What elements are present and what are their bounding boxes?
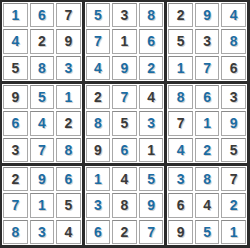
sudoku-cell-r8c7[interactable]: 6 xyxy=(168,193,193,217)
sudoku-cell-r2c3[interactable]: 9 xyxy=(56,29,81,53)
sudoku-cell-r8c4[interactable]: 3 xyxy=(86,193,111,217)
sudoku-cell-r9c3[interactable]: 4 xyxy=(56,220,81,244)
sudoku-cell-r6c2[interactable]: 7 xyxy=(30,138,55,162)
sudoku-cell-r2c4[interactable]: 7 xyxy=(86,29,111,53)
box-6: 863719425 xyxy=(167,84,247,163)
sudoku-cell-r7c7[interactable]: 3 xyxy=(168,167,193,191)
sudoku-cell-r3c5[interactable]: 9 xyxy=(112,56,137,80)
sudoku-cell-r7c9[interactable]: 7 xyxy=(221,167,246,191)
sudoku-cell-r6c7[interactable]: 4 xyxy=(168,138,193,162)
sudoku-cell-r2c8[interactable]: 3 xyxy=(195,29,220,53)
sudoku-cell-r3c2[interactable]: 8 xyxy=(30,56,55,80)
sudoku-cell-r5c8[interactable]: 1 xyxy=(195,111,220,135)
sudoku-cell-r6c5[interactable]: 6 xyxy=(112,138,137,162)
sudoku-cell-r4c2[interactable]: 5 xyxy=(30,85,55,109)
sudoku-cell-r1c1[interactable]: 1 xyxy=(3,3,28,27)
sudoku-cell-r6c4[interactable]: 9 xyxy=(86,138,111,162)
sudoku-cell-r1c6[interactable]: 8 xyxy=(139,3,164,27)
sudoku-cell-r7c3[interactable]: 6 xyxy=(56,167,81,191)
sudoku-cell-r6c9[interactable]: 5 xyxy=(221,138,246,162)
sudoku-cell-r3c4[interactable]: 4 xyxy=(86,56,111,80)
sudoku-cell-r9c7[interactable]: 9 xyxy=(168,220,193,244)
sudoku-cell-r1c3[interactable]: 7 xyxy=(56,3,81,27)
sudoku-cell-r4c4[interactable]: 2 xyxy=(86,85,111,109)
sudoku-cell-r9c2[interactable]: 3 xyxy=(30,220,55,244)
box-2: 538716492 xyxy=(85,2,165,81)
sudoku-cell-r6c6[interactable]: 1 xyxy=(139,138,164,162)
sudoku-cell-r5c4[interactable]: 8 xyxy=(86,111,111,135)
sudoku-cell-r4c3[interactable]: 1 xyxy=(56,85,81,109)
sudoku-cell-r7c2[interactable]: 9 xyxy=(30,167,55,191)
sudoku-cell-r3c9[interactable]: 6 xyxy=(221,56,246,80)
sudoku-cell-r9c1[interactable]: 8 xyxy=(3,220,28,244)
sudoku-cell-r7c1[interactable]: 2 xyxy=(3,167,28,191)
sudoku-cell-r7c6[interactable]: 5 xyxy=(139,167,164,191)
sudoku-cell-r5c6[interactable]: 3 xyxy=(139,111,164,135)
box-7: 296715834 xyxy=(2,166,82,245)
sudoku-cell-r1c9[interactable]: 4 xyxy=(221,3,246,27)
sudoku-cell-r5c3[interactable]: 2 xyxy=(56,111,81,135)
sudoku-cell-r4c8[interactable]: 6 xyxy=(195,85,220,109)
sudoku-cell-r2c5[interactable]: 1 xyxy=(112,29,137,53)
sudoku-cell-r4c6[interactable]: 4 xyxy=(139,85,164,109)
sudoku-cell-r5c7[interactable]: 7 xyxy=(168,111,193,135)
sudoku-cell-r9c8[interactable]: 5 xyxy=(195,220,220,244)
sudoku-cell-r1c7[interactable]: 2 xyxy=(168,3,193,27)
sudoku-cell-r3c7[interactable]: 1 xyxy=(168,56,193,80)
box-8: 145389627 xyxy=(85,166,165,245)
sudoku-cell-r4c5[interactable]: 7 xyxy=(112,85,137,109)
sudoku-cell-r6c8[interactable]: 2 xyxy=(195,138,220,162)
sudoku-cell-r1c5[interactable]: 3 xyxy=(112,3,137,27)
sudoku-cell-r8c8[interactable]: 4 xyxy=(195,193,220,217)
sudoku-cell-r8c6[interactable]: 9 xyxy=(139,193,164,217)
sudoku-cell-r5c5[interactable]: 5 xyxy=(112,111,137,135)
sudoku-cell-r3c6[interactable]: 2 xyxy=(139,56,164,80)
sudoku-cell-r9c5[interactable]: 2 xyxy=(112,220,137,244)
sudoku-cell-r7c4[interactable]: 1 xyxy=(86,167,111,191)
sudoku-cell-r3c3[interactable]: 3 xyxy=(56,56,81,80)
sudoku-cell-r2c6[interactable]: 6 xyxy=(139,29,164,53)
sudoku-cell-r7c5[interactable]: 4 xyxy=(112,167,137,191)
sudoku-cell-r7c8[interactable]: 8 xyxy=(195,167,220,191)
sudoku-cell-r8c1[interactable]: 7 xyxy=(3,193,28,217)
sudoku-cell-r3c1[interactable]: 5 xyxy=(3,56,28,80)
sudoku-cell-r8c2[interactable]: 1 xyxy=(30,193,55,217)
sudoku-cell-r6c1[interactable]: 3 xyxy=(3,138,28,162)
sudoku-board: 167429583 538716492 294538176 951642378 … xyxy=(0,0,250,248)
sudoku-cell-r4c1[interactable]: 9 xyxy=(3,85,28,109)
sudoku-cell-r9c4[interactable]: 6 xyxy=(86,220,111,244)
sudoku-cell-r9c6[interactable]: 7 xyxy=(139,220,164,244)
sudoku-cell-r2c1[interactable]: 4 xyxy=(3,29,28,53)
sudoku-cell-r2c7[interactable]: 5 xyxy=(168,29,193,53)
sudoku-cell-r8c3[interactable]: 5 xyxy=(56,193,81,217)
sudoku-cell-r4c9[interactable]: 3 xyxy=(221,85,246,109)
sudoku-cell-r8c9[interactable]: 2 xyxy=(221,193,246,217)
box-4: 951642378 xyxy=(2,84,82,163)
sudoku-cell-r1c8[interactable]: 9 xyxy=(195,3,220,27)
sudoku-cell-r9c9[interactable]: 1 xyxy=(221,220,246,244)
box-9: 387642951 xyxy=(167,166,247,245)
sudoku-cell-r6c3[interactable]: 8 xyxy=(56,138,81,162)
sudoku-cell-r1c2[interactable]: 6 xyxy=(30,3,55,27)
sudoku-cell-r4c7[interactable]: 8 xyxy=(168,85,193,109)
sudoku-cell-r2c9[interactable]: 8 xyxy=(221,29,246,53)
sudoku-cell-r5c9[interactable]: 9 xyxy=(221,111,246,135)
sudoku-cell-r8c5[interactable]: 8 xyxy=(112,193,137,217)
sudoku-cell-r1c4[interactable]: 5 xyxy=(86,3,111,27)
sudoku-cell-r5c2[interactable]: 4 xyxy=(30,111,55,135)
box-3: 294538176 xyxy=(167,2,247,81)
sudoku-cell-r2c2[interactable]: 2 xyxy=(30,29,55,53)
sudoku-cell-r5c1[interactable]: 6 xyxy=(3,111,28,135)
box-1: 167429583 xyxy=(2,2,82,81)
sudoku-cell-r3c8[interactable]: 7 xyxy=(195,56,220,80)
box-5: 274853961 xyxy=(85,84,165,163)
